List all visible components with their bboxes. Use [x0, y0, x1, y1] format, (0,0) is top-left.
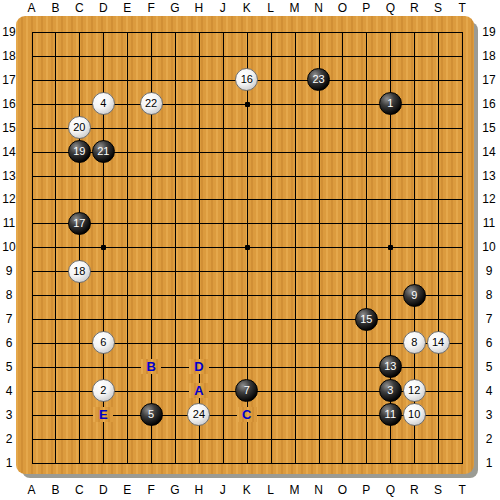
- row-label-right: 19: [482, 25, 495, 39]
- col-label-top: K: [243, 1, 251, 15]
- col-label-top: P: [362, 1, 370, 15]
- move-number: 18: [73, 266, 85, 277]
- grid-line-vertical: [295, 32, 296, 464]
- col-label-bottom: K: [243, 483, 251, 497]
- grid-line-horizontal: [32, 295, 464, 296]
- grid-line-horizontal: [32, 463, 464, 464]
- grid-line-vertical: [366, 32, 367, 464]
- move-number: 7: [244, 385, 250, 396]
- row-label-left: 13: [2, 169, 15, 183]
- col-label-top: Q: [386, 1, 395, 15]
- col-label-bottom: R: [410, 483, 419, 497]
- stone-black-3: 3: [379, 379, 402, 402]
- row-label-right: 3: [486, 408, 493, 422]
- col-label-bottom: S: [434, 483, 442, 497]
- move-number: 24: [193, 409, 205, 420]
- move-number: 21: [97, 146, 109, 157]
- col-label-top: B: [51, 1, 59, 15]
- col-label-top: G: [170, 1, 179, 15]
- row-label-left: 9: [6, 264, 13, 278]
- col-label-top: A: [27, 1, 35, 15]
- row-label-left: 12: [2, 192, 15, 206]
- row-label-left: 16: [2, 97, 15, 111]
- stone-black-11: 11: [379, 403, 402, 426]
- col-label-bottom: F: [147, 483, 154, 497]
- row-label-right: 16: [482, 97, 495, 111]
- row-label-right: 5: [486, 360, 493, 374]
- move-number: 20: [73, 122, 85, 133]
- stone-black-9: 9: [403, 284, 426, 307]
- row-label-left: 14: [2, 145, 15, 159]
- grid-line-vertical: [438, 32, 439, 464]
- letter-label-D: D: [189, 359, 209, 374]
- row-label-right: 10: [482, 240, 495, 254]
- col-label-bottom: N: [314, 483, 323, 497]
- row-label-right: 1: [486, 456, 493, 470]
- row-label-right: 4: [486, 384, 493, 398]
- star-point: [101, 245, 106, 250]
- col-label-top: O: [338, 1, 347, 15]
- move-number: 1: [387, 98, 393, 109]
- move-number: 16: [241, 74, 253, 85]
- col-label-top: H: [195, 1, 204, 15]
- col-label-bottom: G: [170, 483, 179, 497]
- row-label-right: 12: [482, 192, 495, 206]
- star-point: [388, 245, 393, 250]
- grid-line-horizontal: [32, 439, 464, 440]
- col-label-bottom: A: [27, 483, 35, 497]
- letter-label-B: B: [141, 359, 161, 374]
- col-label-top: C: [75, 1, 84, 15]
- row-label-right: 2: [486, 432, 493, 446]
- col-label-top: N: [314, 1, 323, 15]
- move-number: 13: [384, 361, 396, 372]
- move-number: 19: [73, 146, 85, 157]
- row-label-left: 10: [2, 240, 15, 254]
- row-label-right: 17: [482, 73, 495, 87]
- col-label-bottom: Q: [386, 483, 395, 497]
- col-label-bottom: C: [75, 483, 84, 497]
- stone-black-5: 5: [140, 403, 163, 426]
- row-label-left: 17: [2, 73, 15, 87]
- col-label-top: D: [99, 1, 108, 15]
- row-label-right: 7: [486, 312, 493, 326]
- star-point: [245, 102, 250, 107]
- stone-white-18: 18: [68, 260, 91, 283]
- move-number: 5: [148, 409, 154, 420]
- row-label-right: 9: [486, 264, 493, 278]
- col-label-bottom: J: [220, 483, 226, 497]
- star-point: [245, 245, 250, 250]
- move-number: 12: [408, 385, 420, 396]
- row-label-right: 8: [486, 288, 493, 302]
- col-label-top: E: [123, 1, 131, 15]
- row-label-right: 11: [483, 216, 495, 230]
- row-label-left: 5: [6, 360, 13, 374]
- letter-label-C: C: [237, 407, 257, 422]
- stone-black-17: 17: [68, 212, 91, 235]
- move-number: 17: [73, 218, 85, 229]
- move-number: 22: [145, 98, 157, 109]
- go-diagram-page: AABBCCDDEEFFGGHHJJKKLLMMNNOOPPQQRRSSTT19…: [0, 0, 500, 500]
- stone-white-10: 10: [403, 403, 426, 426]
- col-label-bottom: L: [267, 483, 274, 497]
- move-number: 11: [385, 409, 396, 420]
- row-label-left: 8: [6, 288, 13, 302]
- stone-white-12: 12: [403, 379, 426, 402]
- move-number: 3: [387, 385, 393, 396]
- col-label-bottom: O: [338, 483, 347, 497]
- stone-white-14: 14: [427, 331, 450, 354]
- move-number: 14: [432, 337, 444, 348]
- move-number: 23: [312, 74, 324, 85]
- row-label-left: 18: [2, 49, 15, 63]
- move-number: 8: [411, 337, 417, 348]
- grid-line-vertical: [319, 32, 320, 464]
- grid-line-vertical: [342, 32, 343, 464]
- col-label-top: F: [147, 1, 154, 15]
- stone-black-21: 21: [92, 140, 115, 163]
- row-label-left: 19: [2, 25, 15, 39]
- stone-white-22: 22: [140, 92, 163, 115]
- row-label-left: 3: [6, 408, 13, 422]
- row-label-left: 1: [6, 456, 13, 470]
- row-label-left: 7: [6, 312, 13, 326]
- stone-white-4: 4: [92, 92, 115, 115]
- row-label-left: 4: [6, 384, 13, 398]
- move-number: 15: [360, 314, 372, 325]
- col-label-bottom: E: [123, 483, 131, 497]
- row-label-right: 15: [482, 121, 495, 135]
- col-label-top: M: [290, 1, 300, 15]
- row-label-left: 11: [3, 216, 15, 230]
- col-label-top: J: [220, 1, 226, 15]
- move-number: 9: [411, 290, 417, 301]
- col-label-top: L: [267, 1, 274, 15]
- grid-line-vertical: [462, 32, 463, 464]
- row-label-right: 18: [482, 49, 495, 63]
- col-label-bottom: P: [362, 483, 370, 497]
- row-label-right: 13: [482, 169, 495, 183]
- col-label-bottom: M: [290, 483, 300, 497]
- row-label-left: 6: [6, 336, 13, 350]
- move-number: 10: [408, 409, 420, 420]
- col-label-top: R: [410, 1, 419, 15]
- stone-black-15: 15: [355, 308, 378, 331]
- grid-line-horizontal: [32, 271, 464, 272]
- stone-white-2: 2: [92, 379, 115, 402]
- move-number: 4: [100, 98, 106, 109]
- stone-black-1: 1: [379, 92, 402, 115]
- col-label-bottom: H: [195, 483, 204, 497]
- grid-line-vertical: [271, 32, 272, 464]
- row-label-left: 15: [2, 121, 15, 135]
- row-label-right: 6: [486, 336, 493, 350]
- row-label-right: 14: [482, 145, 495, 159]
- col-label-bottom: D: [99, 483, 108, 497]
- col-label-bottom: T: [458, 483, 465, 497]
- col-label-top: S: [434, 1, 442, 15]
- letter-label-A: A: [189, 383, 209, 398]
- grid-line-horizontal: [32, 319, 464, 320]
- col-label-bottom: B: [51, 483, 59, 497]
- stone-black-19: 19: [68, 140, 91, 163]
- stone-white-20: 20: [68, 116, 91, 139]
- move-number: 2: [100, 385, 106, 396]
- move-number: 6: [100, 337, 106, 348]
- letter-label-E: E: [93, 407, 113, 422]
- col-label-top: T: [458, 1, 465, 15]
- row-label-left: 2: [6, 432, 13, 446]
